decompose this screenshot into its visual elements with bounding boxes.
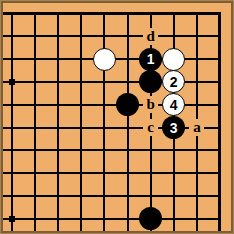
black-stone-R14: 3 <box>162 116 185 139</box>
grid-line-vertical <box>80 12 82 232</box>
black-stone-Q17: 1 <box>139 48 162 71</box>
point-label-a: a <box>189 119 204 136</box>
grid-line-vertical <box>127 12 129 232</box>
point-label-b: b <box>143 96 158 113</box>
board-right-edge-line <box>218 12 221 232</box>
hoshi-point-K10 <box>9 216 15 222</box>
point-label-d: d <box>143 28 158 45</box>
grid-line-vertical <box>34 12 36 232</box>
hoshi-point-K16 <box>9 79 15 85</box>
go-board: dbca1243 <box>0 0 234 234</box>
black-stone-Q10 <box>139 207 162 230</box>
white-stone-O17 <box>93 48 116 71</box>
grid-line-vertical <box>11 12 13 232</box>
grid-line-vertical <box>103 12 105 232</box>
white-stone-R17 <box>162 48 185 71</box>
black-stone-P15 <box>116 93 139 116</box>
white-stone-R15: 4 <box>162 93 185 116</box>
black-stone-Q16 <box>139 70 162 93</box>
point-label-c: c <box>143 119 158 136</box>
grid-line-vertical <box>57 12 59 232</box>
white-stone-R16: 2 <box>162 70 185 93</box>
